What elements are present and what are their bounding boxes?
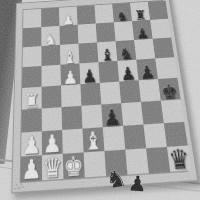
square-b4[interactable] bbox=[42, 85, 62, 108]
square-e8[interactable] bbox=[94, 4, 113, 23]
white-pawn[interactable]: ♟ bbox=[61, 68, 81, 87]
white-king[interactable]: ♚ bbox=[63, 153, 85, 182]
white-bishop[interactable]: ♝ bbox=[60, 49, 79, 67]
white-pawn[interactable]: ♟ bbox=[59, 13, 78, 27]
square-b8[interactable] bbox=[41, 8, 59, 27]
black-pawn[interactable]: ♟ bbox=[101, 106, 123, 130]
square-c5[interactable]: ♟ bbox=[60, 63, 80, 85]
chess-board: ♟♞♜♞♟♝♝♞♟♟♟♟♜♚♟♟♟♝♟♛♚♛ bbox=[20, 0, 189, 183]
black-pawn[interactable]: ♟ bbox=[137, 63, 158, 82]
square-b1[interactable]: ♛ bbox=[42, 154, 63, 181]
square-f6[interactable]: ♞ bbox=[116, 40, 137, 61]
square-a5[interactable] bbox=[22, 66, 41, 88]
white-bishop[interactable]: ♝ bbox=[83, 129, 105, 155]
board-frame: ♟♞♜♞♟♝♝♞♟♟♟♟♜♚♟♟♟♝♟♛♚♛ ∴∴ bbox=[11, 0, 198, 194]
square-b5[interactable] bbox=[41, 65, 61, 87]
square-e7[interactable] bbox=[96, 22, 116, 42]
square-a4[interactable]: ♜ bbox=[22, 87, 42, 110]
square-d8[interactable] bbox=[77, 5, 96, 24]
square-d5[interactable]: ♟ bbox=[79, 62, 99, 84]
square-d3[interactable] bbox=[81, 105, 102, 129]
square-a8[interactable] bbox=[23, 9, 41, 28]
black-pawn[interactable]: ♟ bbox=[118, 64, 139, 83]
square-h5[interactable] bbox=[155, 57, 177, 79]
square-d7[interactable] bbox=[78, 23, 97, 43]
black-knight[interactable]: ♞ bbox=[113, 10, 132, 24]
square-a6[interactable] bbox=[23, 46, 42, 67]
captured-black-pawn[interactable]: ♟ bbox=[127, 173, 147, 195]
square-a1[interactable]: ♟ bbox=[21, 155, 42, 182]
square-d2[interactable]: ♝ bbox=[82, 127, 104, 152]
square-c8[interactable]: ♟ bbox=[59, 7, 78, 26]
square-a7[interactable] bbox=[23, 27, 42, 47]
white-rook[interactable]: ♜ bbox=[22, 90, 42, 112]
black-pawn[interactable]: ♟ bbox=[133, 26, 153, 42]
square-h7[interactable] bbox=[150, 19, 171, 39]
square-e3[interactable]: ♟ bbox=[101, 103, 123, 127]
black-bishop[interactable]: ♝ bbox=[97, 47, 117, 65]
square-c6[interactable]: ♝ bbox=[60, 44, 79, 65]
square-d6[interactable] bbox=[78, 42, 98, 63]
black-pawn[interactable]: ♟ bbox=[80, 67, 100, 86]
white-knight[interactable]: ♞ bbox=[41, 32, 60, 48]
white-pawn[interactable]: ♟ bbox=[21, 156, 42, 185]
square-h8[interactable] bbox=[148, 1, 169, 20]
captured-black-knight[interactable]: ♞ bbox=[104, 167, 128, 193]
white-queen[interactable]: ♛ bbox=[42, 154, 64, 183]
square-e6[interactable]: ♝ bbox=[97, 41, 117, 62]
square-g8[interactable]: ♜ bbox=[130, 2, 150, 21]
square-b7[interactable]: ♞ bbox=[41, 26, 60, 46]
square-e4[interactable] bbox=[100, 82, 121, 105]
black-king[interactable]: ♚ bbox=[158, 81, 181, 102]
board-perspective: ♟♞♜♞♟♝♝♞♟♟♟♟♜♚♟♟♟♝♟♛♚♛ ∴∴ bbox=[11, 0, 197, 189]
square-b3[interactable] bbox=[42, 107, 62, 131]
square-f2[interactable] bbox=[123, 125, 146, 150]
board-tilt-wrapper: ♟♞♜♞♟♝♝♞♟♟♟♟♜♚♟♟♟♝♟♛♚♛ ∴∴ bbox=[16, 0, 179, 156]
square-h6[interactable] bbox=[153, 37, 175, 58]
square-c3[interactable] bbox=[62, 106, 83, 130]
black-rook[interactable]: ♜ bbox=[131, 9, 151, 23]
square-f3[interactable] bbox=[121, 102, 143, 126]
square-h1[interactable]: ♛ bbox=[167, 146, 192, 172]
black-queen[interactable]: ♛ bbox=[167, 146, 192, 174]
square-f5[interactable]: ♟ bbox=[117, 60, 138, 82]
photo-scene: ♟♞♜♞♟♝♝♞♟♟♟♟♜♚♟♟♟♝♟♛♚♛ ∴∴ ♞♟ bbox=[0, 0, 200, 200]
square-c1[interactable]: ♚ bbox=[63, 152, 85, 178]
black-knight[interactable]: ♞ bbox=[116, 45, 136, 63]
square-h4[interactable]: ♚ bbox=[158, 78, 181, 101]
square-f8[interactable]: ♞ bbox=[112, 3, 132, 22]
